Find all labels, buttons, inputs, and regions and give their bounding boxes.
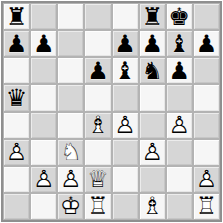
piece-black-knight[interactable]: ♞ — [141, 59, 163, 83]
square-d7[interactable] — [85, 31, 110, 56]
square-f7[interactable]: ♟ — [140, 31, 165, 56]
piece-black-pawn[interactable]: ♟ — [141, 32, 163, 56]
piece-white-pawn[interactable]: ♟♙ — [141, 140, 163, 164]
square-g2[interactable] — [167, 167, 192, 192]
square-b1[interactable] — [31, 194, 56, 219]
square-c7[interactable] — [58, 31, 83, 56]
piece-white-rook[interactable]: ♜♖ — [196, 194, 218, 218]
piece-white-bishop[interactable]: ♝♗ — [141, 194, 163, 218]
piece-white-pawn[interactable]: ♟♙ — [114, 113, 136, 137]
square-f1[interactable]: ♝♗ — [140, 194, 165, 219]
piece-white-rook[interactable]: ♜♖ — [87, 194, 109, 218]
square-d3[interactable] — [85, 140, 110, 165]
square-h8[interactable] — [194, 4, 219, 29]
square-c2[interactable]: ♟♙ — [58, 167, 83, 192]
square-d1[interactable]: ♜♖ — [85, 194, 110, 219]
square-g1[interactable] — [167, 194, 192, 219]
square-h2[interactable]: ♟♙ — [194, 167, 219, 192]
square-e2[interactable] — [113, 167, 138, 192]
square-f8[interactable]: ♜ — [140, 4, 165, 29]
square-d5[interactable] — [85, 85, 110, 110]
square-d6[interactable]: ♟ — [85, 58, 110, 83]
square-a1[interactable] — [4, 194, 29, 219]
piece-black-king[interactable]: ♚ — [169, 5, 191, 29]
square-c1[interactable]: ♚♔ — [58, 194, 83, 219]
square-e6[interactable]: ♝ — [113, 58, 138, 83]
square-a7[interactable]: ♟ — [4, 31, 29, 56]
piece-white-pawn[interactable]: ♟♙ — [196, 167, 218, 191]
square-h7[interactable]: ♟ — [194, 31, 219, 56]
square-a3[interactable]: ♟♙ — [4, 140, 29, 165]
square-g6[interactable]: ♟ — [167, 58, 192, 83]
square-e7[interactable]: ♟ — [113, 31, 138, 56]
square-b5[interactable] — [31, 85, 56, 110]
piece-black-pawn[interactable]: ♟ — [114, 32, 136, 56]
chess-board-grid: ♜♜♚♟♟♟♟♝♟♟♝♞♟♛♝♗♟♙♟♙♟♙♞♘♟♙♟♙♟♙♛♕♟♙♚♔♜♖♝♗… — [1, 1, 222, 222]
piece-white-pawn[interactable]: ♟♙ — [169, 113, 191, 137]
square-d4[interactable]: ♝♗ — [85, 113, 110, 138]
square-g7[interactable]: ♝ — [167, 31, 192, 56]
square-b4[interactable] — [31, 113, 56, 138]
piece-white-king[interactable]: ♚♔ — [60, 194, 82, 218]
piece-black-rook[interactable]: ♜ — [141, 5, 163, 29]
square-c6[interactable] — [58, 58, 83, 83]
square-h1[interactable]: ♜♖ — [194, 194, 219, 219]
square-h3[interactable] — [194, 140, 219, 165]
square-a4[interactable] — [4, 113, 29, 138]
square-b3[interactable] — [31, 140, 56, 165]
piece-white-pawn[interactable]: ♟♙ — [33, 167, 55, 191]
piece-black-pawn[interactable]: ♟ — [196, 32, 218, 56]
square-c8[interactable] — [58, 4, 83, 29]
square-a5[interactable]: ♛ — [4, 85, 29, 110]
square-f6[interactable]: ♞ — [140, 58, 165, 83]
square-g3[interactable] — [167, 140, 192, 165]
piece-white-pawn[interactable]: ♟♙ — [6, 140, 28, 164]
square-a8[interactable]: ♜ — [4, 4, 29, 29]
square-a2[interactable] — [4, 167, 29, 192]
piece-black-bishop[interactable]: ♝ — [114, 59, 136, 83]
square-c5[interactable] — [58, 85, 83, 110]
piece-black-pawn[interactable]: ♟ — [87, 59, 109, 83]
square-b6[interactable] — [31, 58, 56, 83]
square-g4[interactable]: ♟♙ — [167, 113, 192, 138]
square-e3[interactable] — [113, 140, 138, 165]
piece-white-knight[interactable]: ♞♘ — [60, 140, 82, 164]
square-c3[interactable]: ♞♘ — [58, 140, 83, 165]
piece-black-queen[interactable]: ♛ — [6, 86, 28, 110]
square-d2[interactable]: ♛♕ — [85, 167, 110, 192]
square-f5[interactable] — [140, 85, 165, 110]
piece-black-bishop[interactable]: ♝ — [169, 32, 191, 56]
square-b2[interactable]: ♟♙ — [31, 167, 56, 192]
square-f2[interactable] — [140, 167, 165, 192]
square-f3[interactable]: ♟♙ — [140, 140, 165, 165]
chess-board: ♜♜♚♟♟♟♟♝♟♟♝♞♟♛♝♗♟♙♟♙♟♙♞♘♟♙♟♙♟♙♛♕♟♙♚♔♜♖♝♗… — [0, 0, 223, 223]
square-e1[interactable] — [113, 194, 138, 219]
square-e4[interactable]: ♟♙ — [113, 113, 138, 138]
piece-white-bishop[interactable]: ♝♗ — [87, 113, 109, 137]
square-e8[interactable] — [113, 4, 138, 29]
square-c4[interactable] — [58, 113, 83, 138]
square-b8[interactable] — [31, 4, 56, 29]
piece-black-rook[interactable]: ♜ — [6, 5, 28, 29]
piece-black-pawn[interactable]: ♟ — [6, 32, 28, 56]
square-d8[interactable] — [85, 4, 110, 29]
square-f4[interactable] — [140, 113, 165, 138]
square-g5[interactable] — [167, 85, 192, 110]
square-e5[interactable] — [113, 85, 138, 110]
piece-black-pawn[interactable]: ♟ — [169, 59, 191, 83]
piece-white-pawn[interactable]: ♟♙ — [60, 167, 82, 191]
piece-white-queen[interactable]: ♛♕ — [87, 167, 109, 191]
piece-black-pawn[interactable]: ♟ — [33, 32, 55, 56]
square-h4[interactable] — [194, 113, 219, 138]
square-b7[interactable]: ♟ — [31, 31, 56, 56]
square-h5[interactable] — [194, 85, 219, 110]
square-g8[interactable]: ♚ — [167, 4, 192, 29]
square-h6[interactable] — [194, 58, 219, 83]
square-a6[interactable] — [4, 58, 29, 83]
